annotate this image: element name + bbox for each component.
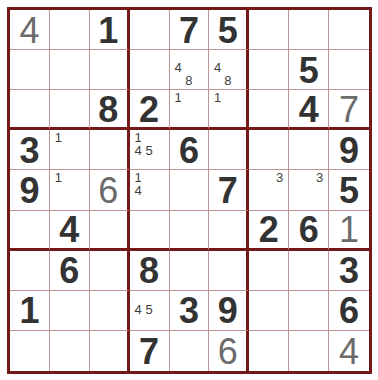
cell-r3c2[interactable] [50,90,90,130]
cell-r6c2[interactable]: 4 [50,211,90,251]
cell-value: 7 [218,173,238,209]
cell-value: 8 [98,92,118,128]
sudoku-app: 4175484858211473114569916147335426168314… [0,0,378,380]
cell-r3c8[interactable]: 4 [289,90,329,130]
cell-r8c1[interactable]: 1 [10,291,50,331]
pencil-mark-4: 4 [133,144,144,157]
cell-value: 5 [299,53,319,89]
cell-r9c7[interactable] [249,331,289,371]
sudoku-board: 4175484858211473114569916147335426168314… [7,7,372,374]
cell-r5c2[interactable]: 1 [50,170,90,210]
cell-value: 1 [98,13,118,49]
cell-r6c7[interactable]: 2 [249,211,289,251]
cell-value: 3 [179,293,199,329]
cell-value: 5 [339,173,359,209]
cell-value: 1 [339,212,359,248]
cell-r6c8[interactable]: 6 [289,211,329,251]
cell-r9c9[interactable]: 4 [329,331,369,371]
cell-r3c6[interactable]: 1 [209,90,249,130]
cell-r5c8[interactable]: 3 [289,170,329,210]
cell-r2c3[interactable] [90,50,130,90]
cell-value: 4 [59,212,79,248]
cell-r5c9[interactable]: 5 [329,170,369,210]
pencil-mark-3: 3 [314,171,325,184]
pencil-mark-8: 8 [184,74,195,87]
cell-r8c4[interactable]: 45 [130,291,170,331]
cell-r9c1[interactable] [10,331,50,371]
pencil-mark-8: 8 [223,74,233,87]
cell-r7c2[interactable]: 6 [50,251,90,291]
cell-r2c4[interactable] [130,50,170,90]
cell-r4c9[interactable]: 9 [329,130,369,170]
cell-r2c8[interactable]: 5 [289,50,329,90]
cell-r3c9[interactable]: 7 [329,90,369,130]
cell-value: 3 [19,133,39,169]
cell-r9c4[interactable]: 7 [130,331,170,371]
cell-r3c7[interactable] [249,90,289,130]
cell-value: 9 [19,173,39,209]
cell-r6c1[interactable] [10,211,50,251]
cell-r6c9[interactable]: 1 [329,211,369,251]
cell-r8c8[interactable] [289,291,329,331]
cell-r8c6[interactable]: 9 [209,291,249,331]
cell-value: 1 [19,293,39,329]
cell-r2c6[interactable]: 48 [209,50,249,90]
pencil-mark-4: 4 [133,184,144,197]
cell-r7c8[interactable] [289,251,329,291]
pencil-mark-1: 1 [173,91,184,104]
cell-r5c3[interactable]: 6 [90,170,130,210]
cell-value: 4 [19,13,39,49]
cell-r1c4[interactable] [130,10,170,50]
cell-r7c1[interactable] [10,251,50,291]
cell-r1c1[interactable]: 4 [10,10,50,50]
pencil-marks: 1 [173,91,206,125]
cell-r6c6[interactable] [209,211,249,251]
cell-r9c8[interactable] [289,331,329,371]
cell-r4c2[interactable]: 1 [50,130,90,170]
cell-r7c7[interactable] [249,251,289,291]
cell-r4c3[interactable] [90,130,130,170]
pencil-marks: 48 [212,51,243,87]
cell-value: 7 [339,92,359,128]
cell-r1c3[interactable]: 1 [90,10,130,50]
cell-r1c2[interactable] [50,10,90,50]
cell-r2c1[interactable] [10,50,50,90]
cell-r7c5[interactable] [170,251,210,291]
pencil-mark-4: 4 [173,61,184,74]
cell-r4c7[interactable] [249,130,289,170]
cell-value: 6 [98,173,118,209]
cell-value: 2 [259,212,279,248]
cell-r5c6[interactable]: 7 [209,170,249,210]
cell-r8c2[interactable] [50,291,90,331]
cell-r9c2[interactable] [50,331,90,371]
pencil-mark-5: 5 [144,303,155,316]
pencil-mark-1: 1 [53,171,64,184]
cell-r2c9[interactable] [329,50,369,90]
cell-r8c5[interactable]: 3 [170,291,210,331]
pencil-marks: 48 [173,51,206,87]
cell-r5c7[interactable]: 3 [249,170,289,210]
cell-r9c5[interactable] [170,331,210,371]
cell-value: 7 [139,334,159,370]
cell-r8c7[interactable] [249,291,289,331]
cell-value: 9 [339,133,359,169]
cell-r3c4[interactable]: 2 [130,90,170,130]
pencil-marks: 14 [133,171,166,207]
cell-value: 7 [179,13,199,49]
cell-r4c1[interactable]: 3 [10,130,50,170]
cell-value: 4 [299,92,319,128]
cell-r6c4[interactable] [130,211,170,251]
cell-r8c3[interactable] [90,291,130,331]
cell-r2c2[interactable] [50,50,90,90]
pencil-marks: 3 [252,171,285,207]
cell-r5c4[interactable]: 14 [130,170,170,210]
cell-value: 4 [339,334,359,370]
cell-value: 5 [218,13,238,49]
cell-r5c1[interactable]: 9 [10,170,50,210]
cell-r4c8[interactable] [289,130,329,170]
cell-value: 6 [299,212,319,248]
pencil-marks: 145 [133,131,166,167]
cell-r2c5[interactable]: 48 [170,50,210,90]
cell-r1c9[interactable] [329,10,369,50]
pencil-mark-4: 4 [212,61,222,74]
cell-r7c4[interactable]: 8 [130,251,170,291]
pencil-marks: 1 [53,171,86,207]
cell-r5c5[interactable] [170,170,210,210]
cell-r8c9[interactable]: 6 [329,291,369,331]
pencil-mark-1: 1 [53,131,64,144]
cell-r4c5[interactable]: 6 [170,130,210,170]
cell-r7c6[interactable] [209,251,249,291]
cell-r1c8[interactable] [289,10,329,50]
pencil-marks: 1 [212,91,243,125]
cell-r6c5[interactable] [170,211,210,251]
cell-r3c1[interactable] [10,90,50,130]
cell-r1c7[interactable] [249,10,289,50]
screenshot-root: { "game": "sudoku", "position": "4010750… [0,0,378,380]
cell-value: 3 [339,253,359,289]
cell-r9c3[interactable] [90,331,130,371]
pencil-mark-5: 5 [144,144,155,157]
cell-value: 9 [218,293,238,329]
cell-r6c3[interactable] [90,211,130,251]
pencil-mark-3: 3 [274,171,285,184]
cell-value: 6 [59,253,79,289]
cell-r3c3[interactable]: 8 [90,90,130,130]
cell-r7c9[interactable]: 3 [329,251,369,291]
cell-value: 6 [179,133,199,169]
cell-r7c3[interactable] [90,251,130,291]
cell-r2c7[interactable] [249,50,289,90]
cell-value: 6 [218,334,238,370]
pencil-mark-4: 4 [133,303,144,316]
cell-r1c5[interactable]: 7 [170,10,210,50]
cell-value: 2 [139,92,159,128]
cell-r3c5[interactable]: 1 [170,90,210,130]
pencil-marks: 3 [292,171,325,207]
cell-r4c6[interactable] [209,130,249,170]
pencil-marks: 45 [133,292,166,328]
pencil-marks: 1 [53,131,86,167]
cell-value: 6 [339,293,359,329]
cell-value: 8 [139,253,159,289]
cell-r1c6[interactable]: 5 [209,10,249,50]
cell-r9c6[interactable]: 6 [209,331,249,371]
pencil-mark-1: 1 [212,91,222,104]
cell-r4c4[interactable]: 145 [130,130,170,170]
